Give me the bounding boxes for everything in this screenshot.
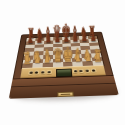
button-cap bbox=[80, 69, 83, 71]
plaque-engraving bbox=[60, 93, 69, 94]
device-button-right-2[interactable] bbox=[79, 69, 84, 73]
button-cap bbox=[35, 71, 38, 73]
button-group-right bbox=[73, 68, 96, 73]
front-panel bbox=[9, 75, 119, 99]
device-button-left-2[interactable] bbox=[34, 70, 39, 74]
button-cap bbox=[73, 70, 76, 72]
button-cap bbox=[41, 71, 44, 73]
front-seam bbox=[11, 83, 116, 88]
lcd-display bbox=[56, 68, 72, 77]
button-cap bbox=[47, 71, 50, 73]
squares-grid bbox=[22, 36, 104, 68]
device-button-right-1[interactable] bbox=[73, 69, 78, 73]
device-button-left-1[interactable] bbox=[28, 70, 33, 74]
chess-computer-board bbox=[9, 32, 119, 99]
brand-plaque bbox=[57, 91, 73, 97]
device-button-right-3[interactable] bbox=[85, 68, 90, 72]
device-button-left-4[interactable] bbox=[47, 70, 52, 74]
device-button-right-4[interactable] bbox=[91, 68, 96, 72]
button-cap bbox=[29, 71, 32, 73]
board-tilt-wrapper: ♜♞♝♛♚♝♞♜♟♟♟♟♟♟♟♟♟♟♟♟♟♟♟♟♜♞♝♛♚♝♞♜ bbox=[0, 0, 125, 125]
device-button-left-3[interactable] bbox=[41, 70, 46, 74]
button-cap bbox=[92, 69, 96, 71]
chess-computer-photo: ♜♞♝♛♚♝♞♜♟♟♟♟♟♟♟♟♟♟♟♟♟♟♟♟♜♞♝♛♚♝♞♜ bbox=[0, 0, 125, 125]
button-group-left bbox=[28, 70, 51, 75]
button-cap bbox=[86, 69, 90, 71]
